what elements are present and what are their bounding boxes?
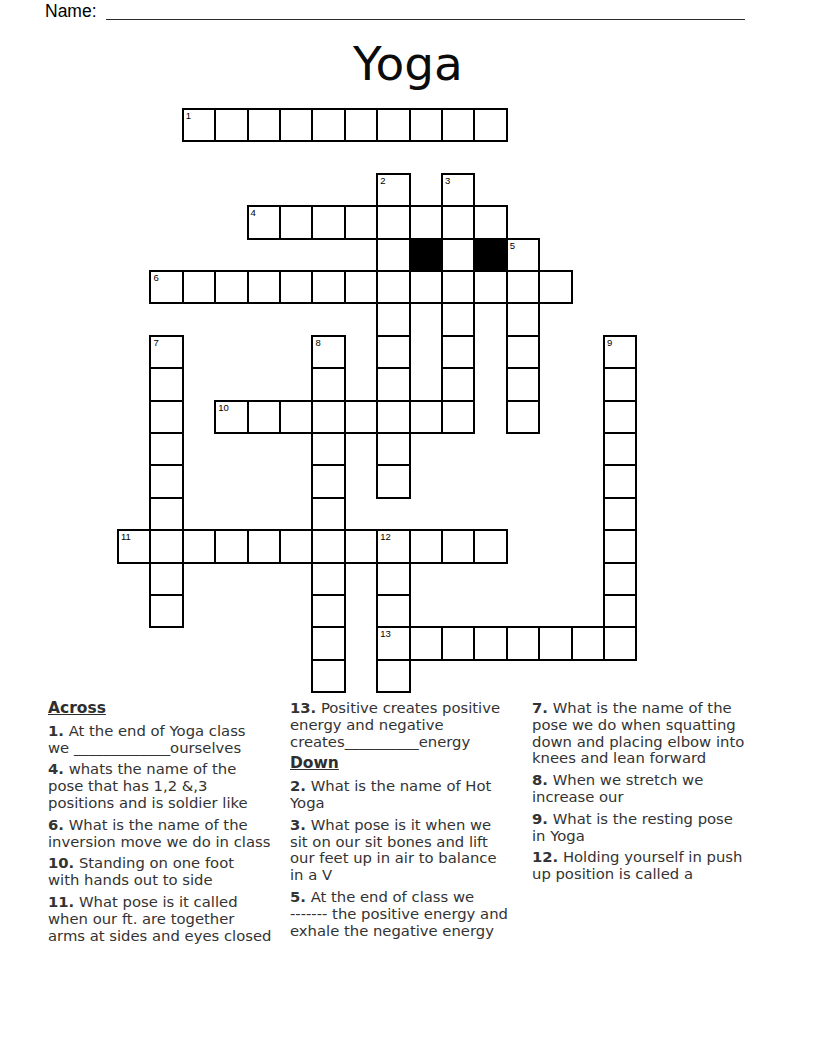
grid-cell[interactable] xyxy=(376,270,410,304)
clue-number-label: 9. xyxy=(532,810,548,827)
grid-cell[interactable] xyxy=(441,335,475,369)
grid-cell[interactable] xyxy=(603,464,637,498)
grid-cell[interactable] xyxy=(409,205,443,239)
grid-cell[interactable] xyxy=(149,562,183,596)
grid-cell[interactable] xyxy=(603,626,637,660)
grid-cell[interactable] xyxy=(603,594,637,628)
grid-cell[interactable] xyxy=(376,238,410,272)
grid-cell[interactable] xyxy=(247,529,281,563)
grid-cell[interactable] xyxy=(376,205,410,239)
clue-number-label: 5. xyxy=(290,888,306,905)
grid-cell[interactable] xyxy=(311,464,345,498)
grid-cell[interactable] xyxy=(214,108,248,142)
grid-cell[interactable]: 7 xyxy=(149,335,183,369)
down-header: Down xyxy=(290,755,530,772)
grid-cell[interactable]: 13 xyxy=(376,626,410,660)
clue-number: 6 xyxy=(153,272,158,283)
grid-cell[interactable] xyxy=(506,626,540,660)
clue-number: 8 xyxy=(315,337,320,348)
grid-cell[interactable] xyxy=(247,108,281,142)
clue-number-label: 11. xyxy=(48,893,74,910)
grid-cell[interactable] xyxy=(311,108,345,142)
clue-across-10: 10. Standing on one footwith hands out t… xyxy=(48,855,288,889)
grid-cell[interactable] xyxy=(311,594,345,628)
grid-cell[interactable] xyxy=(473,626,507,660)
clue-across-11: 11. What pose is it calledwhen our ft. a… xyxy=(48,894,288,944)
grid-cell[interactable] xyxy=(603,400,637,434)
clue-number: 11 xyxy=(121,531,131,542)
grid-cell[interactable] xyxy=(538,626,572,660)
clue-number: 2 xyxy=(380,175,385,186)
grid-cell[interactable] xyxy=(473,205,507,239)
grid-cell[interactable] xyxy=(409,270,443,304)
grid-cell[interactable] xyxy=(473,270,507,304)
grid-cell[interactable] xyxy=(149,497,183,531)
grid-cell[interactable] xyxy=(473,108,507,142)
grid-cell[interactable]: 10 xyxy=(214,400,248,434)
grid-cell[interactable] xyxy=(603,367,637,401)
grid-cell[interactable] xyxy=(149,594,183,628)
grid-cell[interactable] xyxy=(376,464,410,498)
grid-cell[interactable] xyxy=(311,270,345,304)
grid-cell[interactable] xyxy=(149,400,183,434)
clue-down-9: 9. What is the resting posein Yoga xyxy=(532,811,777,845)
crossword-grid: 12345678910111213 xyxy=(117,108,639,694)
grid-cell[interactable] xyxy=(441,238,475,272)
clue-number: 7 xyxy=(153,337,158,348)
grid-cell[interactable] xyxy=(376,335,410,369)
grid-cell[interactable] xyxy=(182,529,216,563)
grid-cell[interactable] xyxy=(311,562,345,596)
grid-cell[interactable] xyxy=(409,108,443,142)
grid-cell[interactable] xyxy=(409,400,443,434)
grid-cell[interactable]: 5 xyxy=(506,238,540,272)
clue-number: 13 xyxy=(380,628,391,639)
grid-cell[interactable] xyxy=(441,400,475,434)
black-cell xyxy=(473,238,507,272)
clue-across-13: 13. Positive creates positiveenergy and … xyxy=(290,700,530,750)
clue-number: 10 xyxy=(218,402,229,413)
grid-cell[interactable]: 3 xyxy=(441,173,475,207)
clue-across-1: 1. At the end of Yoga classwe __________… xyxy=(48,723,288,757)
grid-cell[interactable] xyxy=(247,400,281,434)
clue-number-label: 13. xyxy=(290,699,316,716)
clue-number-label: 7. xyxy=(532,699,548,716)
across-header: Across xyxy=(48,700,288,717)
grid-cell[interactable]: 8 xyxy=(311,335,345,369)
grid-cell[interactable]: 2 xyxy=(376,173,410,207)
grid-cell[interactable] xyxy=(311,529,345,563)
grid-cell[interactable] xyxy=(409,529,443,563)
grid-cell[interactable] xyxy=(506,270,540,304)
grid-cell[interactable] xyxy=(279,529,313,563)
worksheet-page: Name: Yoga 12345678910111213 Across1. At… xyxy=(0,0,816,1056)
grid-cell[interactable]: 6 xyxy=(149,270,183,304)
clue-down-5: 5. At the end of class we------- the pos… xyxy=(290,889,530,939)
grid-cell[interactable]: 12 xyxy=(376,529,410,563)
clue-down-12: 12. Holding yourself in pushup position … xyxy=(532,849,777,883)
black-cell xyxy=(409,238,443,272)
grid-cell[interactable] xyxy=(279,270,313,304)
grid-cell[interactable] xyxy=(279,108,313,142)
grid-cell[interactable] xyxy=(344,270,378,304)
clue-number: 4 xyxy=(251,207,256,218)
clue-number-label: 12. xyxy=(532,848,558,865)
grid-cell[interactable] xyxy=(376,108,410,142)
name-row: Name: xyxy=(45,2,745,20)
grid-cell[interactable] xyxy=(409,626,443,660)
clue-number-label: 2. xyxy=(290,777,306,794)
grid-cell[interactable] xyxy=(311,659,345,693)
grid-cell[interactable] xyxy=(441,205,475,239)
grid-cell[interactable] xyxy=(149,464,183,498)
grid-cell[interactable] xyxy=(311,367,345,401)
grid-cell[interactable] xyxy=(441,529,475,563)
grid-cell[interactable] xyxy=(344,400,378,434)
grid-cell[interactable] xyxy=(506,400,540,434)
clue-number-label: 3. xyxy=(290,816,306,833)
clue-across-6: 6. What is the name of theinversion move… xyxy=(48,817,288,851)
grid-cell[interactable] xyxy=(311,400,345,434)
grid-cell[interactable] xyxy=(603,432,637,466)
grid-cell[interactable] xyxy=(344,529,378,563)
clue-down-2: 2. What is the name of HotYoga xyxy=(290,778,530,812)
grid-cell[interactable] xyxy=(603,529,637,563)
grid-cell[interactable] xyxy=(376,302,410,336)
clue-number: 12 xyxy=(380,531,391,542)
grid-cell[interactable] xyxy=(311,432,345,466)
grid-cell[interactable] xyxy=(344,108,378,142)
grid-cell[interactable] xyxy=(182,270,216,304)
clue-number-label: 10. xyxy=(48,854,74,871)
grid-cell[interactable] xyxy=(506,367,540,401)
grid-cell[interactable]: 11 xyxy=(117,529,151,563)
clue-number: 3 xyxy=(445,175,450,186)
grid-cell[interactable] xyxy=(506,302,540,336)
clue-down-3: 3. What pose is it when wesit on our sit… xyxy=(290,817,530,884)
grid-cell[interactable] xyxy=(441,108,475,142)
grid-cell[interactable] xyxy=(149,529,183,563)
grid-cell[interactable] xyxy=(441,302,475,336)
grid-cell[interactable] xyxy=(441,270,475,304)
puzzle-title: Yoga xyxy=(0,36,816,92)
grid-cell[interactable] xyxy=(473,529,507,563)
clue-number: 9 xyxy=(607,337,612,348)
grid-cell[interactable] xyxy=(376,400,410,434)
grid-cell[interactable] xyxy=(247,270,281,304)
grid-cell[interactable] xyxy=(376,594,410,628)
grid-cell[interactable] xyxy=(149,367,183,401)
clue-column-3: 7. What is the name of thepose we do whe… xyxy=(532,700,777,888)
grid-cell[interactable] xyxy=(441,367,475,401)
name-blank-line[interactable] xyxy=(106,2,745,20)
grid-cell[interactable]: 1 xyxy=(182,108,216,142)
grid-cell[interactable] xyxy=(214,270,248,304)
grid-cell[interactable] xyxy=(279,400,313,434)
grid-cell[interactable] xyxy=(279,205,313,239)
grid-cell[interactable]: 9 xyxy=(603,335,637,369)
grid-cell[interactable] xyxy=(311,497,345,531)
grid-cell[interactable] xyxy=(311,626,345,660)
clue-number: 1 xyxy=(186,110,191,121)
clue-number: 5 xyxy=(510,240,515,251)
clue-across-4: 4. whats the name of thepose that has 1,… xyxy=(48,761,288,811)
grid-cell[interactable] xyxy=(506,335,540,369)
clue-number-label: 4. xyxy=(48,760,64,777)
clue-column-1: Across1. At the end of Yoga classwe ____… xyxy=(48,700,288,949)
grid-cell[interactable] xyxy=(311,205,345,239)
clue-column-2: 13. Positive creates positiveenergy and … xyxy=(290,700,530,944)
name-label: Name: xyxy=(45,2,106,20)
grid-cell[interactable] xyxy=(441,626,475,660)
grid-cell[interactable] xyxy=(538,270,572,304)
grid-cell[interactable] xyxy=(376,562,410,596)
clue-number-label: 6. xyxy=(48,816,64,833)
grid-cell[interactable] xyxy=(376,659,410,693)
clue-down-8: 8. When we stretch weincrease our xyxy=(532,772,777,806)
grid-cell[interactable] xyxy=(149,432,183,466)
grid-cell[interactable] xyxy=(603,562,637,596)
grid-cell[interactable] xyxy=(376,432,410,466)
clue-number-label: 8. xyxy=(532,771,548,788)
grid-cell[interactable]: 4 xyxy=(247,205,281,239)
grid-cell[interactable] xyxy=(214,529,248,563)
grid-cell[interactable] xyxy=(344,205,378,239)
grid-cell[interactable] xyxy=(603,497,637,531)
clue-down-7: 7. What is the name of thepose we do whe… xyxy=(532,700,777,767)
clue-number-label: 1. xyxy=(48,722,64,739)
grid-cell[interactable] xyxy=(571,626,605,660)
grid-cell[interactable] xyxy=(376,367,410,401)
